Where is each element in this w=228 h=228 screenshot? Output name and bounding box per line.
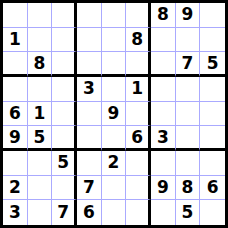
cell-r2c7[interactable]: [151, 28, 176, 53]
cell-r1c4[interactable]: [77, 3, 102, 28]
cell-r8c8: 8: [176, 176, 201, 201]
cell-r8c6[interactable]: [126, 176, 151, 201]
cell-r3c6[interactable]: [126, 52, 151, 77]
cell-r6c7: 3: [151, 126, 176, 151]
cell-r2c1: 1: [3, 28, 28, 53]
cell-r1c2[interactable]: [28, 3, 53, 28]
cell-r5c2: 1: [28, 102, 53, 127]
cell-r6c3[interactable]: [52, 126, 77, 151]
sudoku-board: 891887531619956352279863765: [0, 0, 228, 228]
cell-r9c3: 7: [52, 200, 77, 225]
cell-r1c3[interactable]: [52, 3, 77, 28]
cell-r8c9: 6: [200, 176, 225, 201]
cell-r4c2[interactable]: [28, 77, 53, 102]
cell-r9c1: 3: [3, 200, 28, 225]
cell-r4c1[interactable]: [3, 77, 28, 102]
cell-r9c9[interactable]: [200, 200, 225, 225]
cell-r6c6: 6: [126, 126, 151, 151]
cell-r9c6[interactable]: [126, 200, 151, 225]
cell-r1c8: 9: [176, 3, 201, 28]
cell-r7c9[interactable]: [200, 151, 225, 176]
cell-r7c2[interactable]: [28, 151, 53, 176]
cell-r9c7[interactable]: [151, 200, 176, 225]
cell-r6c4[interactable]: [77, 126, 102, 151]
cell-r5c3[interactable]: [52, 102, 77, 127]
cell-r6c8[interactable]: [176, 126, 201, 151]
cell-r5c6[interactable]: [126, 102, 151, 127]
cell-r9c5[interactable]: [102, 200, 127, 225]
cell-r4c9[interactable]: [200, 77, 225, 102]
cell-r1c1[interactable]: [3, 3, 28, 28]
cell-r1c9[interactable]: [200, 3, 225, 28]
cell-r7c8[interactable]: [176, 151, 201, 176]
cell-r7c3: 5: [52, 151, 77, 176]
cell-r2c8[interactable]: [176, 28, 201, 53]
cell-r2c3[interactable]: [52, 28, 77, 53]
cell-r1c5[interactable]: [102, 3, 127, 28]
cell-r4c8[interactable]: [176, 77, 201, 102]
cell-r1c6[interactable]: [126, 3, 151, 28]
cell-r3c1[interactable]: [3, 52, 28, 77]
cell-r3c3[interactable]: [52, 52, 77, 77]
cell-r8c7: 9: [151, 176, 176, 201]
cell-r1c7: 8: [151, 3, 176, 28]
cell-r9c8: 5: [176, 200, 201, 225]
cell-r3c8: 7: [176, 52, 201, 77]
cell-r9c4: 6: [77, 200, 102, 225]
cell-r4c3[interactable]: [52, 77, 77, 102]
cell-r5c5: 9: [102, 102, 127, 127]
cell-r7c6[interactable]: [126, 151, 151, 176]
cell-r6c2: 5: [28, 126, 53, 151]
cell-r5c7[interactable]: [151, 102, 176, 127]
cell-r3c5[interactable]: [102, 52, 127, 77]
cell-r3c7[interactable]: [151, 52, 176, 77]
cell-r5c1: 6: [3, 102, 28, 127]
cell-r2c4[interactable]: [77, 28, 102, 53]
cell-r9c2[interactable]: [28, 200, 53, 225]
cell-r6c1: 9: [3, 126, 28, 151]
cell-r6c9[interactable]: [200, 126, 225, 151]
cell-r5c9[interactable]: [200, 102, 225, 127]
cell-r3c2: 8: [28, 52, 53, 77]
cell-r5c4[interactable]: [77, 102, 102, 127]
cell-r7c4[interactable]: [77, 151, 102, 176]
cell-r4c4: 3: [77, 77, 102, 102]
cell-r4c7[interactable]: [151, 77, 176, 102]
cell-r2c9[interactable]: [200, 28, 225, 53]
cell-r2c5[interactable]: [102, 28, 127, 53]
cell-r8c5[interactable]: [102, 176, 127, 201]
cell-r7c7[interactable]: [151, 151, 176, 176]
cell-r4c6: 1: [126, 77, 151, 102]
cell-r5c8[interactable]: [176, 102, 201, 127]
cell-r2c2[interactable]: [28, 28, 53, 53]
cell-r8c1: 2: [3, 176, 28, 201]
cell-r7c1[interactable]: [3, 151, 28, 176]
cell-r6c5[interactable]: [102, 126, 127, 151]
cell-r8c3[interactable]: [52, 176, 77, 201]
cell-r4c5[interactable]: [102, 77, 127, 102]
cell-r7c5: 2: [102, 151, 127, 176]
cell-r8c4: 7: [77, 176, 102, 201]
cell-r8c2[interactable]: [28, 176, 53, 201]
cell-r2c6: 8: [126, 28, 151, 53]
cell-r3c4[interactable]: [77, 52, 102, 77]
cell-r3c9: 5: [200, 52, 225, 77]
